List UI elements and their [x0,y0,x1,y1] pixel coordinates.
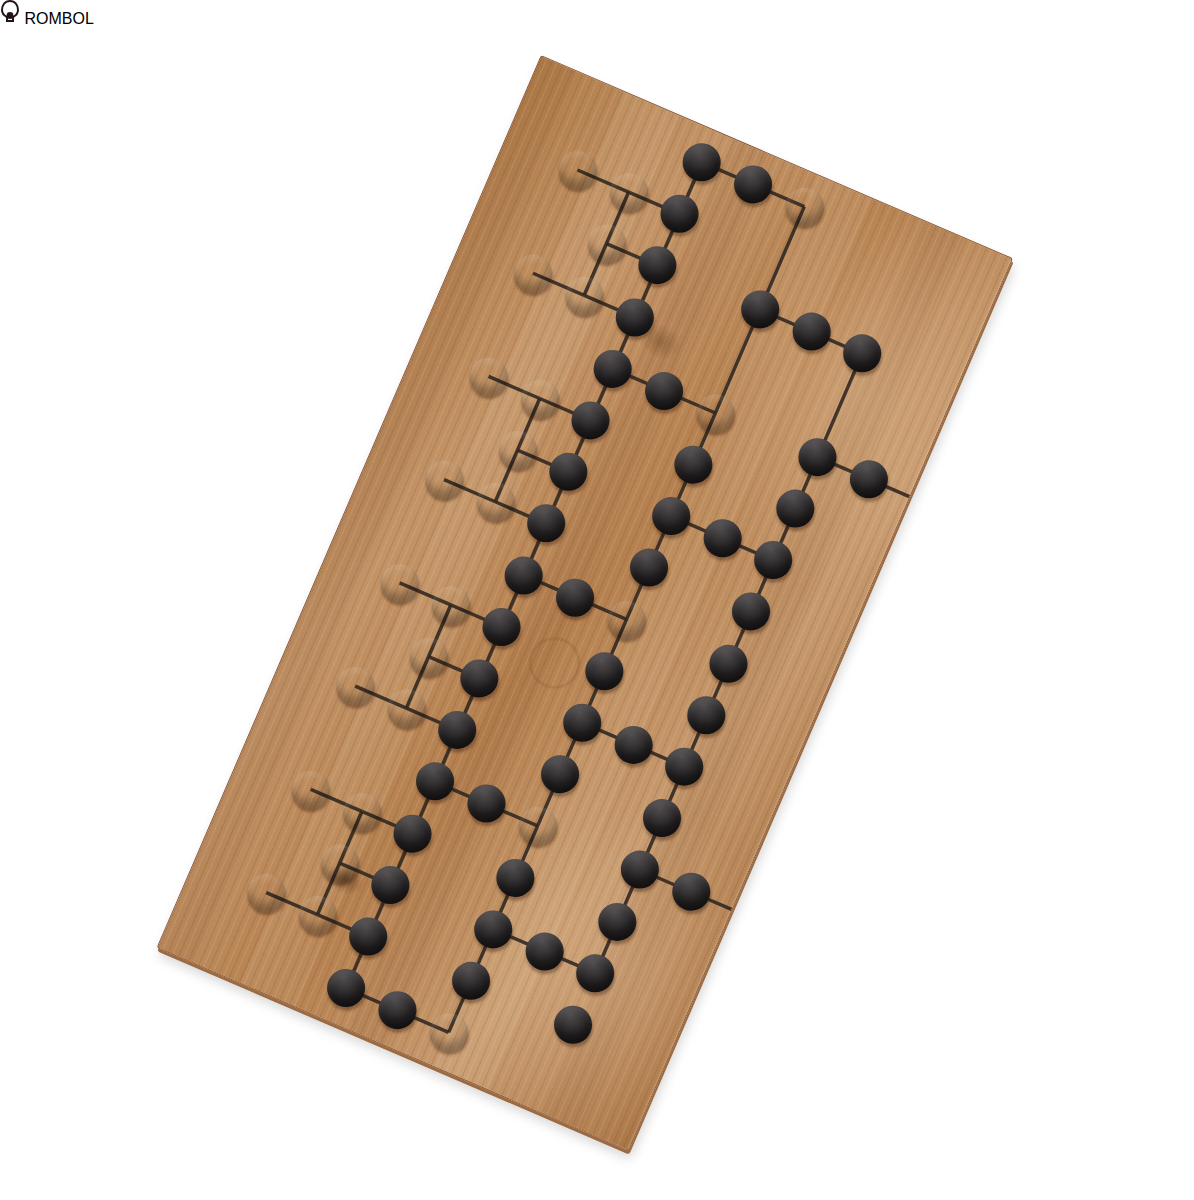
product-photo: ROMBOL [0,0,1194,1200]
game-board [157,55,1014,1151]
rombol-head-icon [0,10,24,27]
rombol-band: ROMBOL [0,0,1194,28]
band-label: ROMBOL [24,10,93,27]
